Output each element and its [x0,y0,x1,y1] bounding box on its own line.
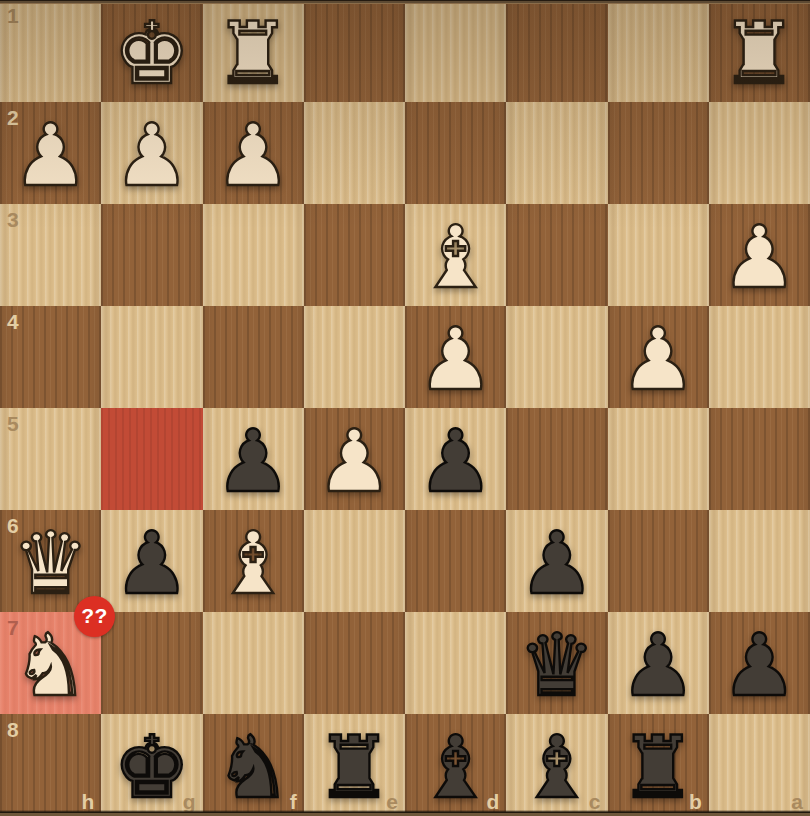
piece-black-pawn-c6[interactable]: ♟ [518,520,595,606]
square-a2[interactable] [709,102,810,204]
square-e6[interactable] [304,510,405,612]
piece-white-pawn-f2[interactable]: ♟ [215,112,292,198]
rank-label-5: 5 [7,413,19,434]
square-h4[interactable]: 4 [0,306,101,408]
square-f3[interactable] [203,204,304,306]
square-a3[interactable]: ♟ [709,204,810,306]
board-bottom-edge [0,810,810,816]
square-f1[interactable]: ♜ [203,0,304,102]
square-g2[interactable]: ♟ [101,102,202,204]
square-g7[interactable] [101,612,202,714]
square-c1[interactable] [506,0,607,102]
square-e2[interactable] [304,102,405,204]
square-b8[interactable]: b♜ [608,714,709,816]
square-d2[interactable] [405,102,506,204]
square-b4[interactable]: ♟ [608,306,709,408]
piece-white-pawn-b4[interactable]: ♟ [620,316,697,402]
piece-black-bishop-d8[interactable]: ♝ [417,724,494,810]
square-e7[interactable] [304,612,405,714]
square-f7[interactable] [203,612,304,714]
piece-white-pawn-d4[interactable]: ♟ [417,316,494,402]
blunder-annotation-badge: ?? [74,596,115,637]
piece-white-king-g1[interactable]: ♚ [113,10,190,96]
square-f4[interactable] [203,306,304,408]
square-h8[interactable]: 8h [0,714,101,816]
square-g4[interactable] [101,306,202,408]
square-e3[interactable] [304,204,405,306]
rank-label-8: 8 [7,719,19,740]
square-h2[interactable]: 2♟ [0,102,101,204]
square-b5[interactable] [608,408,709,510]
square-a8[interactable]: a [709,714,810,816]
square-d6[interactable] [405,510,506,612]
file-label-a: a [791,791,803,812]
square-h5[interactable]: 5 [0,408,101,510]
piece-black-pawn-g6[interactable]: ♟ [113,520,190,606]
square-d5[interactable]: ♟ [405,408,506,510]
square-a7[interactable]: ♟ [709,612,810,714]
square-g6[interactable]: ♟ [101,510,202,612]
square-d4[interactable]: ♟ [405,306,506,408]
piece-white-rook-a1[interactable]: ♜ [721,10,798,96]
piece-black-rook-b8[interactable]: ♜ [620,724,697,810]
square-d1[interactable] [405,0,506,102]
piece-black-rook-e8[interactable]: ♜ [316,724,393,810]
square-d8[interactable]: d♝ [405,714,506,816]
square-e1[interactable] [304,0,405,102]
square-a5[interactable] [709,408,810,510]
square-g3[interactable] [101,204,202,306]
square-d3[interactable]: ♝ [405,204,506,306]
square-b2[interactable] [608,102,709,204]
square-e5[interactable]: ♟ [304,408,405,510]
piece-black-knight-f8[interactable]: ♞ [215,724,292,810]
piece-black-queen-c7[interactable]: ♛ [518,622,595,708]
square-c5[interactable] [506,408,607,510]
piece-white-bishop-d3[interactable]: ♝ [417,214,494,300]
piece-white-pawn-g2[interactable]: ♟ [113,112,190,198]
piece-black-bishop-c8[interactable]: ♝ [518,724,595,810]
square-h1[interactable]: 1 [0,0,101,102]
square-f8[interactable]: f♞ [203,714,304,816]
square-c3[interactable] [506,204,607,306]
square-a1[interactable]: ♜ [709,0,810,102]
square-a6[interactable] [709,510,810,612]
piece-white-pawn-h2[interactable]: ♟ [12,112,89,198]
chess-board: 1♚♜♜2♟♟♟3♝♟4♟♟5♟♟♟6♛♟♝♟7♞??♛♟♟8hg♚f♞e♜d♝… [0,0,810,816]
piece-black-king-g8[interactable]: ♚ [113,724,190,810]
square-g5[interactable] [101,408,202,510]
square-b7[interactable]: ♟ [608,612,709,714]
rank-label-1: 1 [7,5,19,26]
square-h3[interactable]: 3 [0,204,101,306]
square-g1[interactable]: ♚ [101,0,202,102]
square-c4[interactable] [506,306,607,408]
square-c6[interactable]: ♟ [506,510,607,612]
square-b1[interactable] [608,0,709,102]
piece-black-pawn-f5[interactable]: ♟ [215,418,292,504]
piece-black-pawn-a7[interactable]: ♟ [721,622,798,708]
file-label-h: h [81,791,94,812]
piece-black-pawn-b7[interactable]: ♟ [620,622,697,708]
square-d7[interactable] [405,612,506,714]
square-e4[interactable] [304,306,405,408]
square-f5[interactable]: ♟ [203,408,304,510]
board-top-edge [0,0,810,4]
square-c8[interactable]: c♝ [506,714,607,816]
square-c7[interactable]: ♛ [506,612,607,714]
square-e8[interactable]: e♜ [304,714,405,816]
square-b3[interactable] [608,204,709,306]
piece-black-pawn-d5[interactable]: ♟ [417,418,494,504]
square-f2[interactable]: ♟ [203,102,304,204]
square-b6[interactable] [608,510,709,612]
piece-white-rook-f1[interactable]: ♜ [215,10,292,96]
square-h7[interactable]: 7♞?? [0,612,101,714]
piece-white-bishop-f6[interactable]: ♝ [215,520,292,606]
rank-label-4: 4 [7,311,19,332]
piece-white-queen-h6[interactable]: ♛ [12,520,89,606]
square-f6[interactable]: ♝ [203,510,304,612]
square-g8[interactable]: g♚ [101,714,202,816]
piece-white-knight-h7[interactable]: ♞ [12,622,89,708]
piece-white-pawn-e5[interactable]: ♟ [316,418,393,504]
rank-label-3: 3 [7,209,19,230]
piece-white-pawn-a3[interactable]: ♟ [721,214,798,300]
square-c2[interactable] [506,102,607,204]
square-a4[interactable] [709,306,810,408]
